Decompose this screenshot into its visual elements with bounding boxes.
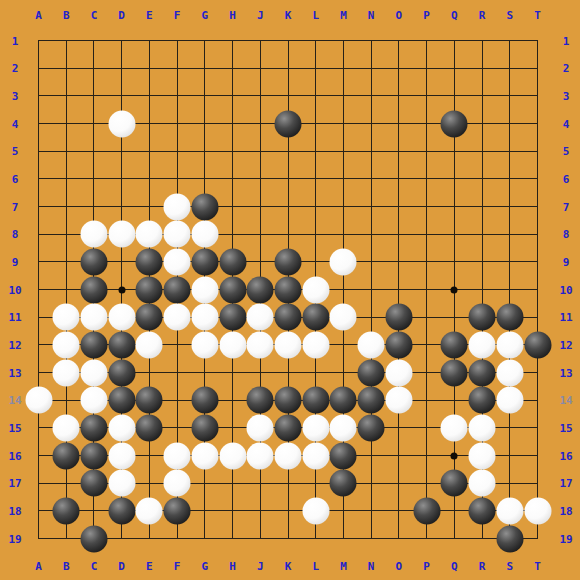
column-label-top-E: E [146, 9, 153, 22]
row-label-left-12: 12 [8, 338, 21, 351]
black-stone-L11[interactable] [302, 304, 329, 331]
white-stone-F8[interactable] [164, 221, 191, 248]
black-stone-K9[interactable] [275, 248, 302, 275]
white-stone-J12[interactable] [247, 331, 274, 358]
row-label-right-11: 11 [559, 311, 572, 324]
white-stone-R16[interactable] [469, 442, 496, 469]
column-label-top-M: M [340, 9, 347, 22]
white-stone-F16[interactable] [164, 442, 191, 469]
white-stone-J16[interactable] [247, 442, 274, 469]
black-stone-O11[interactable] [385, 304, 412, 331]
row-label-left-10: 10 [8, 283, 21, 296]
column-label-top-S: S [506, 9, 513, 22]
row-label-right-18: 18 [559, 504, 572, 517]
row-label-left-18: 18 [8, 504, 21, 517]
black-stone-D13[interactable] [108, 359, 135, 386]
black-stone-K10[interactable] [275, 276, 302, 303]
column-label-top-Q: Q [451, 9, 458, 22]
white-stone-F9[interactable] [164, 248, 191, 275]
white-stone-J15[interactable] [247, 414, 274, 441]
black-stone-R14[interactable] [469, 387, 496, 414]
black-stone-C16[interactable] [80, 442, 107, 469]
white-stone-G11[interactable] [191, 304, 218, 331]
black-stone-N15[interactable] [358, 414, 385, 441]
column-label-bottom-E: E [146, 560, 153, 573]
column-label-top-P: P [423, 9, 430, 22]
row-label-right-5: 5 [563, 145, 570, 158]
white-stone-N12[interactable] [358, 331, 385, 358]
grid-line-vertical [537, 40, 538, 539]
black-stone-G14[interactable] [191, 387, 218, 414]
row-label-right-7: 7 [563, 200, 570, 213]
row-label-left-8: 8 [12, 228, 19, 241]
star-point [451, 286, 458, 293]
black-stone-M17[interactable] [330, 470, 357, 497]
white-stone-S18[interactable] [496, 497, 523, 524]
black-stone-C15[interactable] [80, 414, 107, 441]
white-stone-O14[interactable] [385, 387, 412, 414]
white-stone-H16[interactable] [219, 442, 246, 469]
black-stone-M14[interactable] [330, 387, 357, 414]
black-stone-Q4[interactable] [441, 110, 468, 137]
black-stone-C10[interactable] [80, 276, 107, 303]
column-label-bottom-H: H [229, 560, 236, 573]
row-label-right-9: 9 [563, 255, 570, 268]
black-stone-H9[interactable] [219, 248, 246, 275]
column-label-bottom-B: B [63, 560, 70, 573]
black-stone-O12[interactable] [385, 331, 412, 358]
column-label-bottom-O: O [396, 560, 403, 573]
black-stone-E15[interactable] [136, 414, 163, 441]
black-stone-H10[interactable] [219, 276, 246, 303]
column-label-top-D: D [118, 9, 125, 22]
black-stone-C12[interactable] [80, 331, 107, 358]
row-label-left-3: 3 [12, 89, 19, 102]
black-stone-G15[interactable] [191, 414, 218, 441]
row-label-left-16: 16 [8, 449, 21, 462]
grid-line-vertical [371, 40, 372, 539]
white-stone-Q15[interactable] [441, 414, 468, 441]
go-board-screen: AABBCCDDEEFFGGHHJJKKLLMMNNOOPPQQRRSSTT11… [0, 0, 580, 580]
black-stone-C19[interactable] [80, 525, 107, 552]
white-stone-G10[interactable] [191, 276, 218, 303]
row-label-right-10: 10 [559, 283, 572, 296]
black-stone-F18[interactable] [164, 497, 191, 524]
white-stone-F17[interactable] [164, 470, 191, 497]
white-stone-G8[interactable] [191, 221, 218, 248]
row-label-right-8: 8 [563, 228, 570, 241]
column-label-top-B: B [63, 9, 70, 22]
white-stone-M15[interactable] [330, 414, 357, 441]
white-stone-E18[interactable] [136, 497, 163, 524]
white-stone-C11[interactable] [80, 304, 107, 331]
white-stone-F7[interactable] [164, 193, 191, 220]
white-stone-L12[interactable] [302, 331, 329, 358]
black-stone-D18[interactable] [108, 497, 135, 524]
column-label-bottom-A: A [35, 560, 42, 573]
black-stone-Q13[interactable] [441, 359, 468, 386]
white-stone-D4[interactable] [108, 110, 135, 137]
column-label-bottom-P: P [423, 560, 430, 573]
white-stone-D16[interactable] [108, 442, 135, 469]
row-label-right-13: 13 [559, 366, 572, 379]
column-label-top-O: O [396, 9, 403, 22]
black-stone-B16[interactable] [53, 442, 80, 469]
white-stone-M11[interactable] [330, 304, 357, 331]
black-stone-C17[interactable] [80, 470, 107, 497]
white-stone-B13[interactable] [53, 359, 80, 386]
row-label-left-6: 6 [12, 172, 19, 185]
black-stone-M16[interactable] [330, 442, 357, 469]
black-stone-J14[interactable] [247, 387, 274, 414]
column-label-bottom-R: R [479, 560, 486, 573]
column-label-bottom-Q: Q [451, 560, 458, 573]
white-stone-R15[interactable] [469, 414, 496, 441]
white-stone-L16[interactable] [302, 442, 329, 469]
white-stone-A14[interactable] [25, 387, 52, 414]
black-stone-R18[interactable] [469, 497, 496, 524]
black-stone-E14[interactable] [136, 387, 163, 414]
column-label-top-R: R [479, 9, 486, 22]
white-stone-O13[interactable] [385, 359, 412, 386]
grid-line-horizontal [38, 538, 538, 539]
white-stone-D8[interactable] [108, 221, 135, 248]
row-label-right-17: 17 [559, 477, 572, 490]
white-stone-K16[interactable] [275, 442, 302, 469]
black-stone-K4[interactable] [275, 110, 302, 137]
row-label-right-4: 4 [563, 117, 570, 130]
black-stone-E11[interactable] [136, 304, 163, 331]
black-stone-F10[interactable] [164, 276, 191, 303]
grid-line-vertical [426, 40, 427, 539]
black-stone-N14[interactable] [358, 387, 385, 414]
white-stone-S13[interactable] [496, 359, 523, 386]
row-label-left-9: 9 [12, 255, 19, 268]
row-label-right-15: 15 [559, 421, 572, 434]
star-point [118, 286, 125, 293]
white-stone-M9[interactable] [330, 248, 357, 275]
column-label-top-C: C [91, 9, 98, 22]
black-stone-S11[interactable] [496, 304, 523, 331]
black-stone-E10[interactable] [136, 276, 163, 303]
black-stone-G9[interactable] [191, 248, 218, 275]
row-label-right-12: 12 [559, 338, 572, 351]
row-label-right-14: 14 [559, 394, 572, 407]
row-label-left-14: 14 [8, 394, 21, 407]
white-stone-S14[interactable] [496, 387, 523, 414]
black-stone-C9[interactable] [80, 248, 107, 275]
white-stone-H12[interactable] [219, 331, 246, 358]
white-stone-K12[interactable] [275, 331, 302, 358]
row-label-left-1: 1 [12, 34, 19, 47]
column-label-top-H: H [229, 9, 236, 22]
black-stone-K11[interactable] [275, 304, 302, 331]
white-stone-L10[interactable] [302, 276, 329, 303]
column-label-bottom-F: F [174, 560, 181, 573]
white-stone-C13[interactable] [80, 359, 107, 386]
black-stone-G7[interactable] [191, 193, 218, 220]
column-label-top-K: K [285, 9, 292, 22]
white-stone-D15[interactable] [108, 414, 135, 441]
column-label-top-A: A [35, 9, 42, 22]
column-label-bottom-S: S [506, 560, 513, 573]
black-stone-B18[interactable] [53, 497, 80, 524]
column-label-top-T: T [534, 9, 541, 22]
column-label-bottom-C: C [91, 560, 98, 573]
grid-line-vertical [509, 40, 510, 539]
black-stone-D12[interactable] [108, 331, 135, 358]
white-stone-L15[interactable] [302, 414, 329, 441]
black-stone-R13[interactable] [469, 359, 496, 386]
column-label-bottom-J: J [257, 560, 264, 573]
black-stone-K14[interactable] [275, 387, 302, 414]
black-stone-R11[interactable] [469, 304, 496, 331]
black-stone-Q17[interactable] [441, 470, 468, 497]
row-label-left-2: 2 [12, 62, 19, 75]
black-stone-E9[interactable] [136, 248, 163, 275]
column-label-top-F: F [174, 9, 181, 22]
star-point [451, 452, 458, 459]
row-label-left-11: 11 [8, 311, 21, 324]
row-label-left-4: 4 [12, 117, 19, 130]
black-stone-D14[interactable] [108, 387, 135, 414]
row-label-left-15: 15 [8, 421, 21, 434]
white-stone-J11[interactable] [247, 304, 274, 331]
column-label-bottom-D: D [118, 560, 125, 573]
black-stone-P18[interactable] [413, 497, 440, 524]
white-stone-D17[interactable] [108, 470, 135, 497]
row-label-right-3: 3 [563, 89, 570, 102]
row-label-left-17: 17 [8, 477, 21, 490]
white-stone-G16[interactable] [191, 442, 218, 469]
white-stone-E12[interactable] [136, 331, 163, 358]
row-label-right-6: 6 [563, 172, 570, 185]
grid-line-vertical [398, 40, 399, 539]
black-stone-S19[interactable] [496, 525, 523, 552]
row-label-left-19: 19 [8, 532, 21, 545]
column-label-bottom-G: G [202, 560, 209, 573]
white-stone-B15[interactable] [53, 414, 80, 441]
column-label-bottom-M: M [340, 560, 347, 573]
column-label-top-J: J [257, 9, 264, 22]
black-stone-H11[interactable] [219, 304, 246, 331]
row-label-right-2: 2 [563, 62, 570, 75]
white-stone-R17[interactable] [469, 470, 496, 497]
row-label-left-5: 5 [12, 145, 19, 158]
white-stone-R12[interactable] [469, 331, 496, 358]
white-stone-C8[interactable] [80, 221, 107, 248]
column-label-bottom-L: L [312, 560, 319, 573]
column-label-top-L: L [312, 9, 319, 22]
black-stone-J10[interactable] [247, 276, 274, 303]
row-label-left-13: 13 [8, 366, 21, 379]
black-stone-K15[interactable] [275, 414, 302, 441]
black-stone-Q12[interactable] [441, 331, 468, 358]
white-stone-S12[interactable] [496, 331, 523, 358]
black-stone-N13[interactable] [358, 359, 385, 386]
white-stone-B11[interactable] [53, 304, 80, 331]
column-label-top-G: G [202, 9, 209, 22]
black-stone-T12[interactable] [524, 331, 551, 358]
black-stone-L14[interactable] [302, 387, 329, 414]
column-label-bottom-T: T [534, 560, 541, 573]
white-stone-L18[interactable] [302, 497, 329, 524]
row-label-right-1: 1 [563, 34, 570, 47]
row-label-right-19: 19 [559, 532, 572, 545]
column-label-bottom-K: K [285, 560, 292, 573]
white-stone-C14[interactable] [80, 387, 107, 414]
white-stone-T18[interactable] [524, 497, 551, 524]
white-stone-G12[interactable] [191, 331, 218, 358]
white-stone-D11[interactable] [108, 304, 135, 331]
white-stone-B12[interactable] [53, 331, 80, 358]
white-stone-F11[interactable] [164, 304, 191, 331]
row-label-right-16: 16 [559, 449, 572, 462]
column-label-top-N: N [368, 9, 375, 22]
white-stone-E8[interactable] [136, 221, 163, 248]
column-label-bottom-N: N [368, 560, 375, 573]
row-label-left-7: 7 [12, 200, 19, 213]
